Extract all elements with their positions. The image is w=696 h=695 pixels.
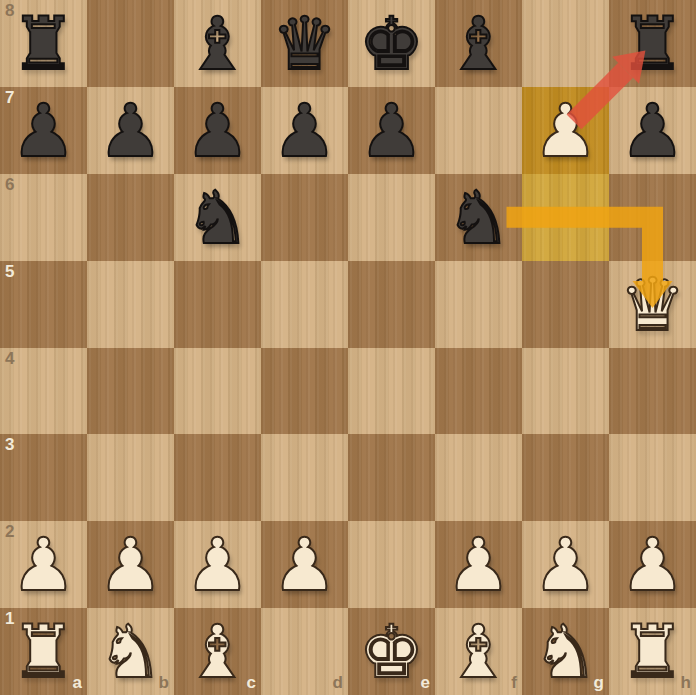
black-pawn[interactable]: ♟ <box>87 87 174 174</box>
square-b7[interactable]: ♟ <box>87 87 174 174</box>
black-king[interactable]: ♚ <box>348 0 435 87</box>
square-b2[interactable]: ♟ <box>87 521 174 608</box>
square-d3[interactable] <box>261 434 348 521</box>
square-d1[interactable] <box>261 608 348 695</box>
square-h7[interactable]: ♟ <box>609 87 696 174</box>
square-c3[interactable] <box>174 434 261 521</box>
square-b3[interactable] <box>87 434 174 521</box>
chess-board[interactable]: ♜♝♛♚♝♜♟♟♟♟♟♟♟♞♞♛♟♟♟♟♟♟♟♜♞♝♚♝♞♜ 87654321a… <box>0 0 696 695</box>
white-pawn[interactable]: ♟ <box>0 521 87 608</box>
square-e4[interactable] <box>348 348 435 435</box>
square-b8[interactable] <box>87 0 174 87</box>
black-pawn[interactable]: ♟ <box>174 87 261 174</box>
black-pawn[interactable]: ♟ <box>0 87 87 174</box>
white-pawn[interactable]: ♟ <box>522 87 609 174</box>
white-rook[interactable]: ♜ <box>0 608 87 695</box>
square-d6[interactable] <box>261 174 348 261</box>
square-c2[interactable]: ♟ <box>174 521 261 608</box>
square-h8[interactable]: ♜ <box>609 0 696 87</box>
square-b5[interactable] <box>87 261 174 348</box>
square-g2[interactable]: ♟ <box>522 521 609 608</box>
square-g7[interactable]: ♟ <box>522 87 609 174</box>
black-pawn[interactable]: ♟ <box>609 87 696 174</box>
square-c6[interactable]: ♞ <box>174 174 261 261</box>
black-bishop[interactable]: ♝ <box>435 0 522 87</box>
square-f7[interactable] <box>435 87 522 174</box>
square-a5[interactable] <box>0 261 87 348</box>
square-g8[interactable] <box>522 0 609 87</box>
square-b4[interactable] <box>87 348 174 435</box>
white-pawn[interactable]: ♟ <box>87 521 174 608</box>
white-bishop[interactable]: ♝ <box>435 608 522 695</box>
square-h5[interactable]: ♛ <box>609 261 696 348</box>
square-g4[interactable] <box>522 348 609 435</box>
square-e5[interactable] <box>348 261 435 348</box>
square-a4[interactable] <box>0 348 87 435</box>
white-pawn[interactable]: ♟ <box>522 521 609 608</box>
square-f5[interactable] <box>435 261 522 348</box>
square-e8[interactable]: ♚ <box>348 0 435 87</box>
square-d7[interactable]: ♟ <box>261 87 348 174</box>
white-rook[interactable]: ♜ <box>609 608 696 695</box>
white-pawn[interactable]: ♟ <box>261 521 348 608</box>
square-h1[interactable]: ♜ <box>609 608 696 695</box>
square-e7[interactable]: ♟ <box>348 87 435 174</box>
black-pawn[interactable]: ♟ <box>348 87 435 174</box>
square-f3[interactable] <box>435 434 522 521</box>
square-e6[interactable] <box>348 174 435 261</box>
square-b1[interactable]: ♞ <box>87 608 174 695</box>
square-h6[interactable] <box>609 174 696 261</box>
square-f4[interactable] <box>435 348 522 435</box>
square-d2[interactable]: ♟ <box>261 521 348 608</box>
black-bishop[interactable]: ♝ <box>174 0 261 87</box>
square-a7[interactable]: ♟ <box>0 87 87 174</box>
square-g1[interactable]: ♞ <box>522 608 609 695</box>
square-f1[interactable]: ♝ <box>435 608 522 695</box>
white-bishop[interactable]: ♝ <box>174 608 261 695</box>
square-f2[interactable]: ♟ <box>435 521 522 608</box>
black-pawn[interactable]: ♟ <box>261 87 348 174</box>
square-e2[interactable] <box>348 521 435 608</box>
square-e1[interactable]: ♚ <box>348 608 435 695</box>
square-f6[interactable]: ♞ <box>435 174 522 261</box>
black-rook[interactable]: ♜ <box>0 0 87 87</box>
square-d8[interactable]: ♛ <box>261 0 348 87</box>
black-queen[interactable]: ♛ <box>261 0 348 87</box>
square-h2[interactable]: ♟ <box>609 521 696 608</box>
square-a6[interactable] <box>0 174 87 261</box>
square-d4[interactable] <box>261 348 348 435</box>
white-king[interactable]: ♚ <box>348 608 435 695</box>
square-b6[interactable] <box>87 174 174 261</box>
square-g5[interactable] <box>522 261 609 348</box>
square-c4[interactable] <box>174 348 261 435</box>
square-a2[interactable]: ♟ <box>0 521 87 608</box>
square-c1[interactable]: ♝ <box>174 608 261 695</box>
square-d5[interactable] <box>261 261 348 348</box>
black-knight[interactable]: ♞ <box>435 174 522 261</box>
square-c8[interactable]: ♝ <box>174 0 261 87</box>
white-knight[interactable]: ♞ <box>87 608 174 695</box>
square-h3[interactable] <box>609 434 696 521</box>
square-a8[interactable]: ♜ <box>0 0 87 87</box>
square-c5[interactable] <box>174 261 261 348</box>
white-pawn[interactable]: ♟ <box>174 521 261 608</box>
square-g6[interactable] <box>522 174 609 261</box>
white-pawn[interactable]: ♟ <box>435 521 522 608</box>
white-knight[interactable]: ♞ <box>522 608 609 695</box>
square-a1[interactable]: ♜ <box>0 608 87 695</box>
square-e3[interactable] <box>348 434 435 521</box>
white-pawn[interactable]: ♟ <box>609 521 696 608</box>
square-g3[interactable] <box>522 434 609 521</box>
square-h4[interactable] <box>609 348 696 435</box>
black-knight[interactable]: ♞ <box>174 174 261 261</box>
square-c7[interactable]: ♟ <box>174 87 261 174</box>
white-queen[interactable]: ♛ <box>609 261 696 348</box>
black-rook[interactable]: ♜ <box>609 0 696 87</box>
square-f8[interactable]: ♝ <box>435 0 522 87</box>
square-a3[interactable] <box>0 434 87 521</box>
